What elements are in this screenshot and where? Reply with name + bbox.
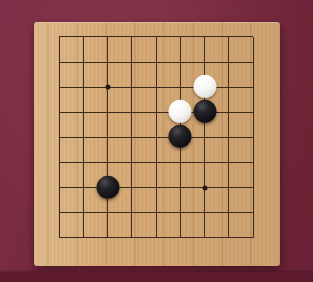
- board-point[interactable]: [241, 75, 265, 100]
- board-point[interactable]: [71, 24, 95, 49]
- board-point[interactable]: [47, 125, 71, 150]
- board-point[interactable]: [71, 75, 95, 100]
- board-point[interactable]: [217, 200, 241, 225]
- board-point[interactable]: [241, 125, 265, 150]
- table-surface: [0, 0, 313, 282]
- board-point[interactable]: [144, 225, 168, 250]
- board-point[interactable]: [144, 150, 168, 175]
- black-stone: [96, 175, 119, 198]
- go-board: [34, 22, 280, 266]
- board-point[interactable]: [71, 175, 95, 200]
- board-point[interactable]: [95, 125, 119, 150]
- board-point[interactable]: [144, 75, 168, 100]
- board-point[interactable]: [144, 100, 168, 125]
- board-point[interactable]: [192, 75, 216, 100]
- board-point[interactable]: [95, 100, 119, 125]
- board-point[interactable]: [217, 49, 241, 74]
- board-point[interactable]: [95, 150, 119, 175]
- board-point[interactable]: [47, 100, 71, 125]
- board-point[interactable]: [168, 175, 192, 200]
- board-point[interactable]: [95, 75, 119, 100]
- board-point[interactable]: [71, 225, 95, 250]
- board-point[interactable]: [120, 24, 144, 49]
- board-point[interactable]: [192, 150, 216, 175]
- board-point[interactable]: [192, 225, 216, 250]
- board-point[interactable]: [120, 49, 144, 74]
- white-stone: [193, 75, 216, 98]
- black-stone: [193, 100, 216, 123]
- black-stone: [169, 125, 192, 148]
- board-point[interactable]: [95, 24, 119, 49]
- board-point[interactable]: [144, 49, 168, 74]
- board-point[interactable]: [71, 200, 95, 225]
- board-point[interactable]: [241, 175, 265, 200]
- board-point[interactable]: [241, 100, 265, 125]
- goban-grid: [47, 24, 265, 250]
- board-point[interactable]: [71, 125, 95, 150]
- board-point[interactable]: [47, 75, 71, 100]
- board-point[interactable]: [168, 150, 192, 175]
- board-point[interactable]: [192, 49, 216, 74]
- board-point[interactable]: [217, 100, 241, 125]
- board-point[interactable]: [120, 125, 144, 150]
- board-point[interactable]: [144, 200, 168, 225]
- board-point[interactable]: [192, 175, 216, 200]
- board-point[interactable]: [47, 49, 71, 74]
- board-point[interactable]: [95, 225, 119, 250]
- board-point[interactable]: [71, 100, 95, 125]
- board-point[interactable]: [120, 175, 144, 200]
- star-point: [105, 85, 110, 90]
- table-front-edge: [0, 272, 313, 282]
- board-point[interactable]: [241, 150, 265, 175]
- star-point: [202, 185, 207, 190]
- board-point[interactable]: [192, 125, 216, 150]
- board-point[interactable]: [144, 125, 168, 150]
- board-point[interactable]: [47, 150, 71, 175]
- board-point[interactable]: [95, 200, 119, 225]
- board-point[interactable]: [241, 49, 265, 74]
- board-point[interactable]: [168, 125, 192, 150]
- board-point[interactable]: [120, 150, 144, 175]
- board-point[interactable]: [168, 75, 192, 100]
- board-point[interactable]: [47, 175, 71, 200]
- board-point[interactable]: [120, 225, 144, 250]
- board-point[interactable]: [120, 75, 144, 100]
- board-point[interactable]: [120, 200, 144, 225]
- board-point[interactable]: [144, 175, 168, 200]
- board-point[interactable]: [71, 49, 95, 74]
- board-point[interactable]: [217, 75, 241, 100]
- board-point[interactable]: [168, 100, 192, 125]
- board-point[interactable]: [47, 200, 71, 225]
- board-point[interactable]: [241, 225, 265, 250]
- board-point[interactable]: [192, 200, 216, 225]
- board-point[interactable]: [47, 225, 71, 250]
- board-point[interactable]: [47, 24, 71, 49]
- board-point[interactable]: [217, 24, 241, 49]
- board-point[interactable]: [217, 150, 241, 175]
- board-point[interactable]: [168, 200, 192, 225]
- board-point[interactable]: [217, 175, 241, 200]
- board-point[interactable]: [95, 175, 119, 200]
- board-point[interactable]: [71, 150, 95, 175]
- board-point[interactable]: [217, 225, 241, 250]
- board-point[interactable]: [120, 100, 144, 125]
- board-point[interactable]: [95, 49, 119, 74]
- board-point[interactable]: [217, 125, 241, 150]
- board-point[interactable]: [168, 225, 192, 250]
- board-point[interactable]: [241, 200, 265, 225]
- board-point[interactable]: [241, 24, 265, 49]
- board-point[interactable]: [192, 100, 216, 125]
- board-point[interactable]: [168, 24, 192, 49]
- board-point[interactable]: [192, 24, 216, 49]
- board-point[interactable]: [144, 24, 168, 49]
- board-point[interactable]: [168, 49, 192, 74]
- white-stone: [169, 100, 192, 123]
